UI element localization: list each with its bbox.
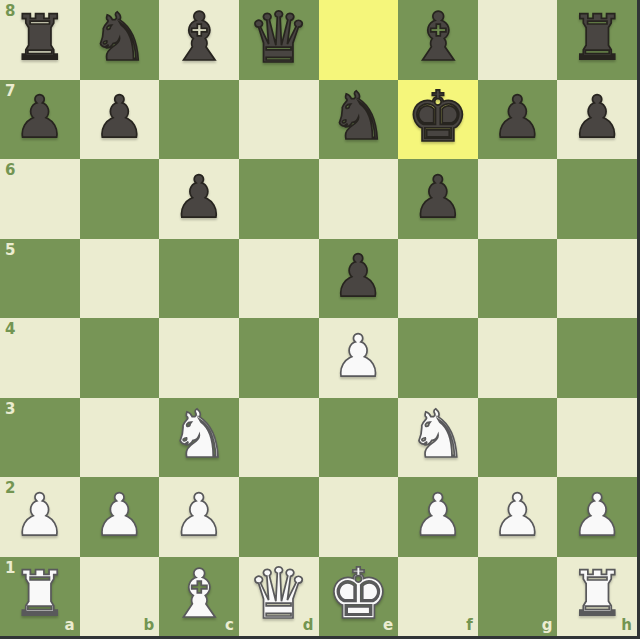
square-e3[interactable] bbox=[319, 398, 399, 478]
piece-white-bishop[interactable]: ♝ bbox=[169, 561, 229, 628]
square-e7[interactable]: ♞ bbox=[319, 80, 399, 160]
square-e4[interactable]: ♟ bbox=[319, 318, 399, 398]
square-g8[interactable] bbox=[478, 0, 558, 80]
square-c2[interactable]: ♟ bbox=[159, 477, 239, 557]
square-g4[interactable] bbox=[478, 318, 558, 398]
board-frame: ♜8♞♝♛♝♜♟7♟♞♚♟♟6♟♟5♟4♟3♞♞♟2♟♟♟♟♟♜1ab♝c♛d♚… bbox=[0, 0, 640, 639]
file-label-f: f bbox=[466, 618, 473, 633]
square-a6[interactable]: 6 bbox=[0, 159, 80, 239]
piece-black-pawn[interactable]: ♟ bbox=[173, 168, 225, 226]
square-g6[interactable] bbox=[478, 159, 558, 239]
chess-board: ♜8♞♝♛♝♜♟7♟♞♚♟♟6♟♟5♟4♟3♞♞♟2♟♟♟♟♟♜1ab♝c♛d♚… bbox=[0, 0, 637, 636]
piece-white-king[interactable]: ♚ bbox=[327, 559, 390, 629]
square-f2[interactable]: ♟ bbox=[398, 477, 478, 557]
square-h3[interactable] bbox=[557, 398, 637, 478]
piece-white-queen[interactable]: ♛ bbox=[247, 559, 310, 629]
square-d1[interactable]: ♛d bbox=[239, 557, 319, 637]
square-c3[interactable]: ♞ bbox=[159, 398, 239, 478]
piece-white-pawn[interactable]: ♟ bbox=[173, 486, 225, 544]
square-f7[interactable]: ♚ bbox=[398, 80, 478, 160]
square-c1[interactable]: ♝c bbox=[159, 557, 239, 637]
square-h6[interactable] bbox=[557, 159, 637, 239]
square-c8[interactable]: ♝ bbox=[159, 0, 239, 80]
piece-white-rook[interactable]: ♜ bbox=[569, 563, 625, 625]
square-h5[interactable] bbox=[557, 239, 637, 319]
square-f4[interactable] bbox=[398, 318, 478, 398]
square-a8[interactable]: ♜8 bbox=[0, 0, 80, 80]
piece-black-bishop[interactable]: ♝ bbox=[169, 4, 229, 71]
piece-white-rook[interactable]: ♜ bbox=[12, 563, 68, 625]
square-b6[interactable] bbox=[80, 159, 160, 239]
square-d7[interactable] bbox=[239, 80, 319, 160]
square-f5[interactable] bbox=[398, 239, 478, 319]
piece-white-knight[interactable]: ♞ bbox=[408, 402, 467, 468]
piece-white-pawn[interactable]: ♟ bbox=[14, 486, 66, 544]
square-f3[interactable]: ♞ bbox=[398, 398, 478, 478]
square-b4[interactable] bbox=[80, 318, 160, 398]
piece-black-bishop[interactable]: ♝ bbox=[408, 4, 468, 71]
square-a1[interactable]: ♜1a bbox=[0, 557, 80, 637]
square-d6[interactable] bbox=[239, 159, 319, 239]
square-c4[interactable] bbox=[159, 318, 239, 398]
square-b5[interactable] bbox=[80, 239, 160, 319]
square-g5[interactable] bbox=[478, 239, 558, 319]
file-label-b: b bbox=[144, 618, 155, 633]
square-d8[interactable]: ♛ bbox=[239, 0, 319, 80]
square-f1[interactable]: f bbox=[398, 557, 478, 637]
piece-black-knight[interactable]: ♞ bbox=[90, 5, 149, 71]
square-e6[interactable] bbox=[319, 159, 399, 239]
square-a4[interactable]: 4 bbox=[0, 318, 80, 398]
piece-black-pawn[interactable]: ♟ bbox=[412, 168, 464, 226]
square-h7[interactable]: ♟ bbox=[557, 80, 637, 160]
square-g3[interactable] bbox=[478, 398, 558, 478]
square-a3[interactable]: 3 bbox=[0, 398, 80, 478]
piece-black-pawn[interactable]: ♟ bbox=[571, 88, 623, 146]
square-f6[interactable]: ♟ bbox=[398, 159, 478, 239]
square-c7[interactable] bbox=[159, 80, 239, 160]
square-c6[interactable]: ♟ bbox=[159, 159, 239, 239]
square-h4[interactable] bbox=[557, 318, 637, 398]
square-f8[interactable]: ♝ bbox=[398, 0, 478, 80]
square-h1[interactable]: ♜h bbox=[557, 557, 637, 637]
piece-white-pawn[interactable]: ♟ bbox=[93, 486, 145, 544]
piece-black-rook[interactable]: ♜ bbox=[569, 7, 625, 69]
rank-label-3: 3 bbox=[5, 402, 15, 417]
square-e2[interactable] bbox=[319, 477, 399, 557]
piece-black-king[interactable]: ♚ bbox=[407, 82, 470, 152]
piece-black-pawn[interactable]: ♟ bbox=[332, 247, 384, 305]
piece-black-pawn[interactable]: ♟ bbox=[93, 88, 145, 146]
square-e8[interactable] bbox=[319, 0, 399, 80]
square-b8[interactable]: ♞ bbox=[80, 0, 160, 80]
square-g2[interactable]: ♟ bbox=[478, 477, 558, 557]
piece-white-pawn[interactable]: ♟ bbox=[412, 486, 464, 544]
square-e5[interactable]: ♟ bbox=[319, 239, 399, 319]
piece-black-rook[interactable]: ♜ bbox=[12, 7, 68, 69]
square-d5[interactable] bbox=[239, 239, 319, 319]
piece-white-pawn[interactable]: ♟ bbox=[492, 486, 544, 544]
square-b3[interactable] bbox=[80, 398, 160, 478]
piece-black-knight[interactable]: ♞ bbox=[329, 84, 388, 150]
rank-label-6: 6 bbox=[5, 163, 15, 178]
rank-label-4: 4 bbox=[5, 322, 15, 337]
file-label-g: g bbox=[542, 618, 553, 633]
square-d4[interactable] bbox=[239, 318, 319, 398]
square-b7[interactable]: ♟ bbox=[80, 80, 160, 160]
rank-label-5: 5 bbox=[5, 243, 15, 258]
piece-black-pawn[interactable]: ♟ bbox=[14, 88, 66, 146]
piece-white-pawn[interactable]: ♟ bbox=[571, 486, 623, 544]
piece-white-knight[interactable]: ♞ bbox=[169, 402, 228, 468]
square-h8[interactable]: ♜ bbox=[557, 0, 637, 80]
square-g7[interactable]: ♟ bbox=[478, 80, 558, 160]
piece-white-pawn[interactable]: ♟ bbox=[332, 327, 384, 385]
piece-black-queen[interactable]: ♛ bbox=[247, 3, 310, 73]
square-a2[interactable]: ♟2 bbox=[0, 477, 80, 557]
square-h2[interactable]: ♟ bbox=[557, 477, 637, 557]
square-g1[interactable]: g bbox=[478, 557, 558, 637]
square-b1[interactable]: b bbox=[80, 557, 160, 637]
square-a7[interactable]: ♟7 bbox=[0, 80, 80, 160]
square-a5[interactable]: 5 bbox=[0, 239, 80, 319]
square-d2[interactable] bbox=[239, 477, 319, 557]
piece-black-pawn[interactable]: ♟ bbox=[492, 88, 544, 146]
square-d3[interactable] bbox=[239, 398, 319, 478]
square-b2[interactable]: ♟ bbox=[80, 477, 160, 557]
square-e1[interactable]: ♚e bbox=[319, 557, 399, 637]
square-c5[interactable] bbox=[159, 239, 239, 319]
